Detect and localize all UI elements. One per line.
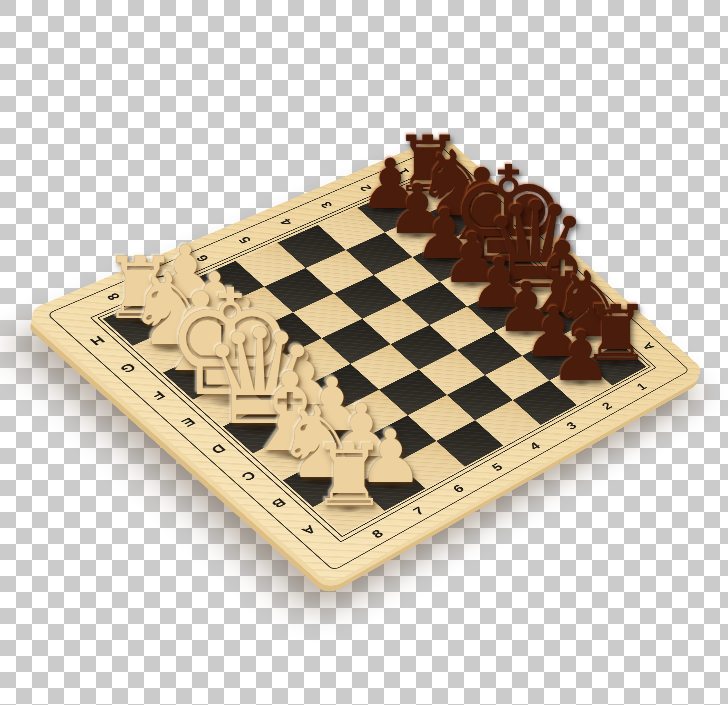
transparency-checker-background: ABCDEFGH ABCDEFGH 87654321 87654321 ♜♞♝♛… [0, 0, 728, 705]
black-pawn-a2[interactable]: ♟ [550, 322, 611, 391]
white-rook-a8[interactable]: ♜ [311, 433, 387, 518]
